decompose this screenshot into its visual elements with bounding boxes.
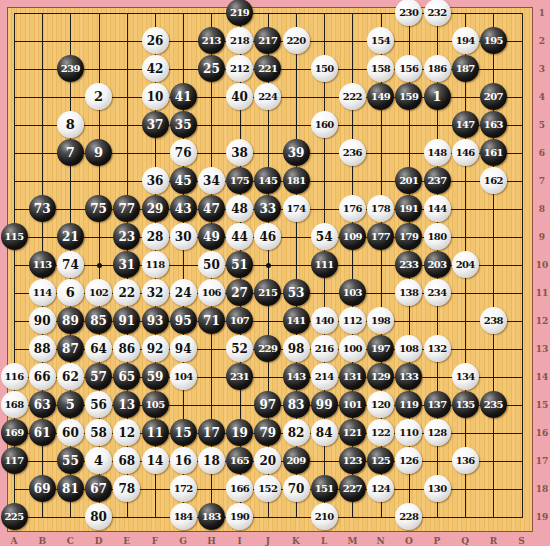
stone-white-150-L3: 150	[311, 55, 338, 82]
column-label-E: E	[117, 537, 137, 546]
go-board[interactable]: 2192302322621321821722015419419523942252…	[7, 7, 533, 532]
stone-white-214-L14: 214	[311, 363, 338, 390]
stone-white-134-Q14: 134	[452, 363, 479, 390]
stone-white-74-C10: 74	[57, 251, 84, 278]
stone-white-98-K13: 98	[283, 335, 310, 362]
stone-white-66-B14: 66	[29, 363, 56, 390]
stone-black-117-A17: 117	[1, 447, 28, 474]
stone-white-14-F17: 14	[142, 447, 169, 474]
stone-black-197-N13: 197	[367, 335, 394, 362]
stone-white-152-J18: 152	[254, 475, 281, 502]
stone-black-79-J16: 79	[254, 419, 281, 446]
stone-white-144-P8: 144	[424, 195, 451, 222]
row-label-7: 7	[534, 177, 550, 186]
stone-black-229-J13: 229	[254, 335, 281, 362]
stone-white-204-Q10: 204	[452, 251, 479, 278]
stone-white-108-O13: 108	[395, 335, 422, 362]
column-label-J: J	[258, 537, 278, 546]
stone-black-107-I12: 107	[226, 307, 253, 334]
stone-black-31-E10: 31	[113, 251, 140, 278]
stone-white-124-N18: 124	[367, 475, 394, 502]
stone-black-85-D12: 85	[85, 307, 112, 334]
stone-white-26-F2: 26	[142, 27, 169, 54]
stone-white-132-P13: 132	[424, 335, 451, 362]
stone-black-103-M11: 103	[339, 279, 366, 306]
row-label-16: 16	[534, 429, 550, 438]
stone-black-187-Q3: 187	[452, 55, 479, 82]
stone-black-221-J3: 221	[254, 55, 281, 82]
stone-black-9-D6: 9	[85, 139, 112, 166]
stone-black-57-D14: 57	[85, 363, 112, 390]
stone-black-33-J8: 33	[254, 195, 281, 222]
column-label-D: D	[89, 537, 109, 546]
row-label-8: 8	[534, 205, 550, 214]
stone-black-165-I17: 165	[226, 447, 253, 474]
stone-black-181-K7: 181	[283, 167, 310, 194]
stone-white-184-G19: 184	[170, 503, 197, 530]
stone-black-87-C13: 87	[57, 335, 84, 362]
stone-black-219-I1: 219	[226, 0, 253, 26]
stone-white-176-M8: 176	[339, 195, 366, 222]
stone-black-203-P10: 203	[424, 251, 451, 278]
column-label-A: A	[4, 537, 24, 546]
stone-black-131-M14: 131	[339, 363, 366, 390]
row-label-17: 17	[534, 457, 550, 466]
stone-black-231-I14: 231	[226, 363, 253, 390]
column-label-K: K	[286, 537, 306, 546]
stone-black-111-L10: 111	[311, 251, 338, 278]
stone-white-122-N16: 122	[367, 419, 394, 446]
stone-black-125-N17: 125	[367, 447, 394, 474]
stone-white-160-L5: 160	[311, 111, 338, 138]
stone-white-234-P11: 234	[424, 279, 451, 306]
stone-white-56-D15: 56	[85, 391, 112, 418]
stone-white-180-P9: 180	[424, 223, 451, 250]
stone-white-178-N8: 178	[367, 195, 394, 222]
stone-white-172-G18: 172	[170, 475, 197, 502]
stone-white-68-E17: 68	[113, 447, 140, 474]
stone-black-77-E8: 77	[113, 195, 140, 222]
row-label-3: 3	[534, 65, 550, 74]
stone-white-78-E18: 78	[113, 475, 140, 502]
stone-black-133-O14: 133	[395, 363, 422, 390]
stone-white-168-A15: 168	[1, 391, 28, 418]
stone-white-148-P6: 148	[424, 139, 451, 166]
stone-white-218-I2: 218	[226, 27, 253, 54]
stone-black-149-N4: 149	[367, 83, 394, 110]
stone-black-59-F14: 59	[142, 363, 169, 390]
stone-black-151-L18: 151	[311, 475, 338, 502]
stone-black-47-H8: 47	[198, 195, 225, 222]
stone-white-114-B11: 114	[29, 279, 56, 306]
stone-black-135-Q15: 135	[452, 391, 479, 418]
stone-white-186-P3: 186	[424, 55, 451, 82]
stone-black-97-J15: 97	[254, 391, 281, 418]
stone-white-238-R12: 238	[480, 307, 507, 334]
stone-white-28-F9: 28	[142, 223, 169, 250]
stone-black-7-C6: 7	[57, 139, 84, 166]
star-point-D10	[97, 263, 102, 268]
stone-white-198-N12: 198	[367, 307, 394, 334]
stone-white-112-M12: 112	[339, 307, 366, 334]
stone-black-207-R4: 207	[480, 83, 507, 110]
stone-black-1-P4: 1	[424, 83, 451, 110]
stone-white-190-I19: 190	[226, 503, 253, 530]
stone-black-233-O10: 233	[395, 251, 422, 278]
stone-black-89-C12: 89	[57, 307, 84, 334]
stone-black-55-C17: 55	[57, 447, 84, 474]
stone-black-213-H2: 213	[198, 27, 225, 54]
grid-vline	[522, 13, 523, 518]
stone-white-54-L9: 54	[311, 223, 338, 250]
stone-black-235-R15: 235	[480, 391, 507, 418]
stone-white-40-I4: 40	[226, 83, 253, 110]
stone-white-94-G13: 94	[170, 335, 197, 362]
stone-black-21-C9: 21	[57, 223, 84, 250]
stone-black-83-K15: 83	[283, 391, 310, 418]
stone-black-129-N14: 129	[367, 363, 394, 390]
go-kifu-frame: 2192302322621321821722015419419523942252…	[0, 0, 550, 546]
stone-white-102-D11: 102	[85, 279, 112, 306]
stone-black-227-M18: 227	[339, 475, 366, 502]
column-label-H: H	[201, 537, 221, 546]
column-label-L: L	[314, 537, 334, 546]
column-label-M: M	[342, 537, 362, 546]
stone-white-8-C5: 8	[57, 111, 84, 138]
stone-black-49-H9: 49	[198, 223, 225, 250]
stone-white-232-P1: 232	[424, 0, 451, 26]
stone-black-179-O9: 179	[395, 223, 422, 250]
stone-white-84-L16: 84	[311, 419, 338, 446]
stone-white-38-I6: 38	[226, 139, 253, 166]
stone-white-4-D17: 4	[85, 447, 112, 474]
row-label-10: 10	[534, 261, 550, 270]
stone-white-50-H10: 50	[198, 251, 225, 278]
row-label-11: 11	[534, 289, 550, 298]
stone-black-73-B8: 73	[29, 195, 56, 222]
stone-black-161-R6: 161	[480, 139, 507, 166]
stone-black-217-J2: 217	[254, 27, 281, 54]
stone-white-194-Q2: 194	[452, 27, 479, 54]
stone-white-70-K18: 70	[283, 475, 310, 502]
row-label-2: 2	[534, 37, 550, 46]
stone-black-15-G16: 15	[170, 419, 197, 446]
stone-white-32-F11: 32	[142, 279, 169, 306]
column-label-Q: Q	[455, 537, 475, 546]
stone-white-118-F10: 118	[142, 251, 169, 278]
stone-white-62-C14: 62	[57, 363, 84, 390]
stone-black-121-M16: 121	[339, 419, 366, 446]
column-label-P: P	[427, 537, 447, 546]
stone-white-92-F13: 92	[142, 335, 169, 362]
stone-white-174-K8: 174	[283, 195, 310, 222]
stone-black-239-C3: 239	[57, 55, 84, 82]
stone-black-51-I10: 51	[226, 251, 253, 278]
stone-white-212-I3: 212	[226, 55, 253, 82]
stone-white-6-C11: 6	[57, 279, 84, 306]
stone-black-63-B15: 63	[29, 391, 56, 418]
stone-black-39-K6: 39	[283, 139, 310, 166]
stone-black-67-D18: 67	[85, 475, 112, 502]
stone-black-41-G4: 41	[170, 83, 197, 110]
stone-white-16-G17: 16	[170, 447, 197, 474]
stone-black-183-H19: 183	[198, 503, 225, 530]
row-label-15: 15	[534, 401, 550, 410]
stone-white-2-D4: 2	[85, 83, 112, 110]
stone-black-101-M15: 101	[339, 391, 366, 418]
stone-white-138-O11: 138	[395, 279, 422, 306]
column-label-C: C	[60, 537, 80, 546]
stone-black-105-F15: 105	[142, 391, 169, 418]
stone-white-128-P16: 128	[424, 419, 451, 446]
stone-black-169-A16: 169	[1, 419, 28, 446]
stone-black-115-A9: 115	[1, 223, 28, 250]
stone-black-11-F16: 11	[142, 419, 169, 446]
stone-white-116-A14: 116	[1, 363, 28, 390]
row-label-14: 14	[534, 373, 550, 382]
stone-black-25-H3: 25	[198, 55, 225, 82]
stone-black-29-F8: 29	[142, 195, 169, 222]
stone-white-110-O16: 110	[395, 419, 422, 446]
stone-black-109-M9: 109	[339, 223, 366, 250]
stone-white-82-K16: 82	[283, 419, 310, 446]
stone-white-220-K2: 220	[283, 27, 310, 54]
stone-black-191-O8: 191	[395, 195, 422, 222]
stone-white-210-L19: 210	[311, 503, 338, 530]
stone-white-126-O17: 126	[395, 447, 422, 474]
column-label-B: B	[32, 537, 52, 546]
stone-black-215-J11: 215	[254, 279, 281, 306]
stone-white-60-C16: 60	[57, 419, 84, 446]
stone-white-48-I8: 48	[226, 195, 253, 222]
stone-white-12-E16: 12	[113, 419, 140, 446]
stone-black-147-Q5: 147	[452, 111, 479, 138]
stone-black-113-B10: 113	[29, 251, 56, 278]
stone-black-91-E12: 91	[113, 307, 140, 334]
stone-black-163-R5: 163	[480, 111, 507, 138]
stone-white-10-F4: 10	[142, 83, 169, 110]
stone-black-69-B18: 69	[29, 475, 56, 502]
stone-white-154-N2: 154	[367, 27, 394, 54]
stone-white-52-I13: 52	[226, 335, 253, 362]
stone-black-17-H16: 17	[198, 419, 225, 446]
stone-white-36-F7: 36	[142, 167, 169, 194]
column-label-O: O	[399, 537, 419, 546]
star-point-J10	[266, 263, 271, 268]
stone-black-237-P7: 237	[424, 167, 451, 194]
stone-black-141-K12: 141	[283, 307, 310, 334]
stone-black-81-C18: 81	[57, 475, 84, 502]
stone-white-24-G11: 24	[170, 279, 197, 306]
row-label-9: 9	[534, 233, 550, 242]
stone-black-13-E15: 13	[113, 391, 140, 418]
column-label-G: G	[173, 537, 193, 546]
stone-black-5-C15: 5	[57, 391, 84, 418]
stone-white-158-N3: 158	[367, 55, 394, 82]
stone-black-61-B16: 61	[29, 419, 56, 446]
stone-white-222-M4: 222	[339, 83, 366, 110]
stone-white-18-H17: 18	[198, 447, 225, 474]
stone-black-53-K11: 53	[283, 279, 310, 306]
row-label-4: 4	[534, 93, 550, 102]
row-label-19: 19	[534, 513, 550, 522]
stone-black-209-K17: 209	[283, 447, 310, 474]
stone-white-216-L13: 216	[311, 335, 338, 362]
stone-black-95-G12: 95	[170, 307, 197, 334]
stone-black-195-R2: 195	[480, 27, 507, 54]
stone-white-58-D16: 58	[85, 419, 112, 446]
column-label-R: R	[483, 537, 503, 546]
stone-white-236-M6: 236	[339, 139, 366, 166]
stone-black-201-O7: 201	[395, 167, 422, 194]
stone-black-45-G7: 45	[170, 167, 197, 194]
stone-black-71-H12: 71	[198, 307, 225, 334]
stone-black-119-O15: 119	[395, 391, 422, 418]
column-label-N: N	[371, 537, 391, 546]
stone-black-65-E14: 65	[113, 363, 140, 390]
stone-black-143-K14: 143	[283, 363, 310, 390]
stone-black-93-F12: 93	[142, 307, 169, 334]
row-label-6: 6	[534, 149, 550, 158]
stone-white-22-E11: 22	[113, 279, 140, 306]
column-label-I: I	[230, 537, 250, 546]
stone-white-156-O3: 156	[395, 55, 422, 82]
row-label-18: 18	[534, 485, 550, 494]
stone-black-27-I11: 27	[226, 279, 253, 306]
stone-black-43-G8: 43	[170, 195, 197, 222]
stone-white-100-M13: 100	[339, 335, 366, 362]
stone-white-162-R7: 162	[480, 167, 507, 194]
stone-white-106-H11: 106	[198, 279, 225, 306]
row-label-5: 5	[534, 121, 550, 130]
row-label-13: 13	[534, 345, 550, 354]
stone-white-64-D13: 64	[85, 335, 112, 362]
stone-black-37-F5: 37	[142, 111, 169, 138]
stone-black-99-L15: 99	[311, 391, 338, 418]
stone-black-23-E9: 23	[113, 223, 140, 250]
column-label-S: S	[512, 537, 532, 546]
row-label-1: 1	[534, 9, 550, 18]
row-label-12: 12	[534, 317, 550, 326]
column-label-F: F	[145, 537, 165, 546]
stone-white-46-J9: 46	[254, 223, 281, 250]
stone-white-90-B12: 90	[29, 307, 56, 334]
stone-white-88-B13: 88	[29, 335, 56, 362]
stone-black-75-D8: 75	[85, 195, 112, 222]
stone-white-120-N15: 120	[367, 391, 394, 418]
stone-black-175-I7: 175	[226, 167, 253, 194]
stone-white-136-Q17: 136	[452, 447, 479, 474]
stone-black-19-I16: 19	[226, 419, 253, 446]
stone-black-123-M17: 123	[339, 447, 366, 474]
stone-black-177-N9: 177	[367, 223, 394, 250]
stone-white-104-G14: 104	[170, 363, 197, 390]
stone-white-230-O1: 230	[395, 0, 422, 26]
stone-black-137-P15: 137	[424, 391, 451, 418]
stone-white-166-I18: 166	[226, 475, 253, 502]
stone-black-35-G5: 35	[170, 111, 197, 138]
stone-white-80-D19: 80	[85, 503, 112, 530]
stone-white-76-G6: 76	[170, 139, 197, 166]
stone-white-146-Q6: 146	[452, 139, 479, 166]
stone-white-130-P18: 130	[424, 475, 451, 502]
stone-black-225-A19: 225	[1, 503, 28, 530]
stone-black-145-J7: 145	[254, 167, 281, 194]
stone-white-42-F3: 42	[142, 55, 169, 82]
stone-white-228-O19: 228	[395, 503, 422, 530]
stone-black-159-O4: 159	[395, 83, 422, 110]
stone-white-34-H7: 34	[198, 167, 225, 194]
stone-white-86-E13: 86	[113, 335, 140, 362]
stone-white-20-J17: 20	[254, 447, 281, 474]
stone-white-30-G9: 30	[170, 223, 197, 250]
stone-white-140-L12: 140	[311, 307, 338, 334]
stone-white-224-J4: 224	[254, 83, 281, 110]
stone-white-44-I9: 44	[226, 223, 253, 250]
